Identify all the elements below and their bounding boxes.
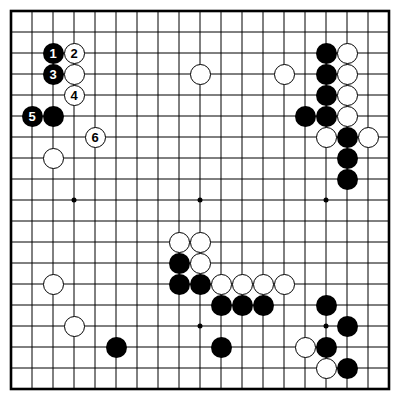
white-stone xyxy=(274,274,295,295)
black-stone xyxy=(211,337,232,358)
white-stone xyxy=(43,274,64,295)
black-stone xyxy=(316,295,337,316)
white-stone xyxy=(358,127,379,148)
black-stone xyxy=(190,274,211,295)
black-stone xyxy=(316,85,337,106)
move-number-label: 3 xyxy=(49,68,56,81)
black-stone xyxy=(295,106,316,127)
black-stone xyxy=(316,337,337,358)
white-stone-move-2: 2 xyxy=(64,43,85,64)
move-number-label: 2 xyxy=(70,47,77,60)
white-stone xyxy=(211,274,232,295)
white-stone xyxy=(43,148,64,169)
go-board[interactable]: 123456 xyxy=(1,1,400,400)
black-stone xyxy=(316,43,337,64)
white-stone xyxy=(316,358,337,379)
white-stone xyxy=(190,253,211,274)
black-stone xyxy=(337,127,358,148)
white-stone xyxy=(190,64,211,85)
black-stone xyxy=(337,169,358,190)
black-stone xyxy=(316,106,337,127)
white-stone xyxy=(316,127,337,148)
white-stone xyxy=(337,64,358,85)
black-stone xyxy=(337,148,358,169)
black-stone xyxy=(169,253,190,274)
white-stone xyxy=(64,64,85,85)
white-stone xyxy=(190,232,211,253)
black-stone xyxy=(169,274,190,295)
white-stone xyxy=(274,64,295,85)
white-stone xyxy=(253,274,274,295)
move-number-label: 5 xyxy=(28,110,35,123)
black-stone-move-1: 1 xyxy=(43,43,64,64)
white-stone-move-6: 6 xyxy=(85,127,106,148)
white-stone xyxy=(64,316,85,337)
black-stone xyxy=(232,295,253,316)
black-stone xyxy=(106,337,127,358)
black-stone-move-3: 3 xyxy=(43,64,64,85)
white-stone xyxy=(169,232,190,253)
white-stone xyxy=(232,274,253,295)
move-number-label: 6 xyxy=(91,131,98,144)
go-diagram: 123456 xyxy=(0,0,400,400)
black-stone-move-5: 5 xyxy=(22,106,43,127)
move-number-label: 1 xyxy=(49,47,56,60)
white-stone xyxy=(337,106,358,127)
white-stone xyxy=(337,85,358,106)
black-stone xyxy=(253,295,274,316)
white-stone xyxy=(337,43,358,64)
white-stone-move-4: 4 xyxy=(64,85,85,106)
move-number-label: 4 xyxy=(70,89,77,102)
black-stone xyxy=(337,316,358,337)
black-stone xyxy=(43,106,64,127)
black-stone xyxy=(337,358,358,379)
black-stone xyxy=(211,295,232,316)
black-stone xyxy=(316,64,337,85)
white-stone xyxy=(295,337,316,358)
